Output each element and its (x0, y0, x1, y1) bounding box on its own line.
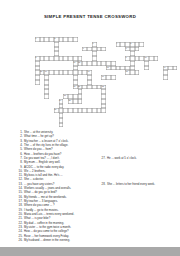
crossword-cell[interactable] (135, 70, 140, 75)
clue-item-text: He ... work at 5 o' clock. (107, 156, 137, 160)
clue-item: 28.She ... letters to her friend every w… (100, 182, 175, 186)
crossword-cell[interactable] (35, 80, 40, 85)
crossword-cell[interactable] (111, 75, 116, 80)
clue-item-number: 28. (100, 182, 106, 186)
footer-band (0, 247, 180, 256)
clue-number: 5 (130, 42, 131, 44)
clue-item-text: My husband ... dinner in the evening. (24, 238, 70, 242)
crossword-cell[interactable] (59, 123, 64, 128)
crossword-cell[interactable] (73, 37, 78, 42)
clue-number: 16 (45, 70, 47, 72)
crossword-cell[interactable] (163, 75, 168, 80)
clue-list-right: 27.He ... work at 5 o' clock.28.She ... … (100, 156, 175, 186)
clue-number: 7 (125, 47, 126, 49)
crossword-cell[interactable] (144, 66, 149, 71)
crossword-cell[interactable] (101, 47, 106, 52)
clue-list-left: 1.She ... at the university.2.What time … (17, 130, 103, 242)
page-title: SIMPLE PRESENT TENSE CROSSWORD (0, 14, 180, 19)
clue-number: 23 (64, 94, 66, 96)
clue-item-number: 26. (17, 238, 23, 242)
clue-number: 13 (106, 66, 108, 68)
clue-item-text: She ... letters to her friend every week… (107, 182, 155, 186)
crossword-cell[interactable] (44, 94, 49, 99)
clue-number: 12 (78, 61, 80, 63)
crossword-cell[interactable] (135, 47, 140, 52)
clue-item: 27.He ... work at 5 o' clock. (100, 156, 175, 160)
clue-number: 15 (40, 70, 42, 72)
worksheet-page: SIMPLE PRESENT TENSE CROSSWORD 123456789… (0, 0, 180, 256)
clue-number: 8 (35, 56, 36, 58)
crossword-cell[interactable] (139, 42, 144, 47)
clue-number: 19 (102, 75, 104, 77)
clue-number: 20 (73, 85, 75, 87)
clue-number: 11 (73, 61, 75, 63)
crossword-cell[interactable] (101, 108, 106, 113)
clue-number: 9 (125, 56, 126, 58)
clue-number: 18 (125, 70, 127, 72)
clue-number: 26 (54, 108, 56, 110)
clue-number: 25 (68, 99, 70, 101)
clue-number: 24 (59, 99, 61, 101)
clue-number: 21 (78, 85, 80, 87)
clue-number: 6 (83, 47, 84, 49)
crossword-cell[interactable] (173, 66, 178, 71)
clue-number: 1 (35, 37, 36, 39)
clue-number: 10 (144, 56, 146, 58)
clue-item: 26.My husband ... dinner in the evening. (17, 238, 103, 242)
crossword-cell[interactable] (154, 56, 159, 61)
clue-number: 14 (163, 66, 165, 68)
clue-number: 3 (92, 42, 93, 44)
clue-number: 2 (54, 37, 55, 39)
crossword-cell[interactable] (78, 99, 83, 104)
clue-number: 4 (116, 42, 117, 44)
clue-number: 17 (87, 70, 89, 72)
crossword-grid: 1234567891011121314151617181920212223242… (30, 37, 177, 127)
clue-item-number: 27. (100, 156, 106, 160)
clue-number: 22 (102, 85, 104, 87)
